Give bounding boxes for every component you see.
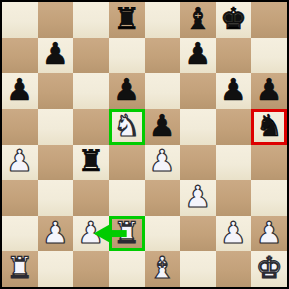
square-g3[interactable] bbox=[216, 180, 252, 216]
square-a1[interactable]: ♜ bbox=[2, 251, 38, 287]
black-bishop[interactable]: ♝ bbox=[184, 4, 211, 34]
square-d4[interactable] bbox=[109, 145, 145, 181]
white-pawn[interactable]: ♟ bbox=[78, 218, 105, 248]
square-d6[interactable]: ♟ bbox=[109, 73, 145, 109]
square-b3[interactable] bbox=[38, 180, 74, 216]
square-f4[interactable] bbox=[180, 145, 216, 181]
square-f3[interactable]: ♟ bbox=[180, 180, 216, 216]
square-a2[interactable] bbox=[2, 216, 38, 252]
square-e6[interactable] bbox=[145, 73, 181, 109]
square-h7[interactable] bbox=[251, 38, 287, 74]
square-f7[interactable]: ♟ bbox=[180, 38, 216, 74]
white-pawn[interactable]: ♟ bbox=[149, 146, 176, 176]
black-pawn[interactable]: ♟ bbox=[149, 111, 176, 141]
square-h8[interactable] bbox=[251, 2, 287, 38]
square-c8[interactable] bbox=[73, 2, 109, 38]
black-pawn[interactable]: ♟ bbox=[184, 39, 211, 69]
square-c7[interactable] bbox=[73, 38, 109, 74]
square-e1[interactable]: ♝ bbox=[145, 251, 181, 287]
square-a3[interactable] bbox=[2, 180, 38, 216]
square-e2[interactable] bbox=[145, 216, 181, 252]
square-f1[interactable] bbox=[180, 251, 216, 287]
white-rook[interactable]: ♜ bbox=[6, 253, 33, 283]
white-pawn[interactable]: ♟ bbox=[256, 218, 283, 248]
square-c6[interactable] bbox=[73, 73, 109, 109]
square-e8[interactable] bbox=[145, 2, 181, 38]
square-h2[interactable]: ♟ bbox=[251, 216, 287, 252]
square-g7[interactable] bbox=[216, 38, 252, 74]
square-g2[interactable]: ♟ bbox=[216, 216, 252, 252]
black-rook[interactable]: ♜ bbox=[78, 146, 105, 176]
square-g6[interactable]: ♟ bbox=[216, 73, 252, 109]
square-f6[interactable] bbox=[180, 73, 216, 109]
square-d2[interactable]: ♜ bbox=[109, 216, 145, 252]
square-d5[interactable]: ♞ bbox=[109, 109, 145, 145]
square-b1[interactable] bbox=[38, 251, 74, 287]
black-rook[interactable]: ♜ bbox=[113, 4, 140, 34]
white-knight[interactable]: ♞ bbox=[113, 111, 140, 141]
square-c3[interactable] bbox=[73, 180, 109, 216]
square-d8[interactable]: ♜ bbox=[109, 2, 145, 38]
square-a5[interactable] bbox=[2, 109, 38, 145]
white-rook[interactable]: ♜ bbox=[113, 218, 140, 248]
square-h1[interactable]: ♚ bbox=[251, 251, 287, 287]
square-d1[interactable] bbox=[109, 251, 145, 287]
square-f5[interactable] bbox=[180, 109, 216, 145]
square-c1[interactable] bbox=[73, 251, 109, 287]
square-b8[interactable] bbox=[38, 2, 74, 38]
square-g4[interactable] bbox=[216, 145, 252, 181]
square-g1[interactable] bbox=[216, 251, 252, 287]
white-pawn[interactable]: ♟ bbox=[220, 218, 247, 248]
square-h5[interactable]: ♞ bbox=[251, 109, 287, 145]
square-f8[interactable]: ♝ bbox=[180, 2, 216, 38]
black-pawn[interactable]: ♟ bbox=[42, 39, 69, 69]
chess-board: ♜♝♚♟♟♟♟♟♟♞♟♞♟♜♟♟♟♟♜♟♟♜♝♚ bbox=[0, 0, 289, 289]
square-e5[interactable]: ♟ bbox=[145, 109, 181, 145]
square-b5[interactable] bbox=[38, 109, 74, 145]
square-g8[interactable]: ♚ bbox=[216, 2, 252, 38]
square-g5[interactable] bbox=[216, 109, 252, 145]
square-h6[interactable]: ♟ bbox=[251, 73, 287, 109]
black-pawn[interactable]: ♟ bbox=[256, 75, 283, 105]
square-b7[interactable]: ♟ bbox=[38, 38, 74, 74]
square-c4[interactable]: ♜ bbox=[73, 145, 109, 181]
square-h3[interactable] bbox=[251, 180, 287, 216]
square-b2[interactable]: ♟ bbox=[38, 216, 74, 252]
square-f2[interactable] bbox=[180, 216, 216, 252]
square-c5[interactable] bbox=[73, 109, 109, 145]
square-e4[interactable]: ♟ bbox=[145, 145, 181, 181]
square-d3[interactable] bbox=[109, 180, 145, 216]
white-pawn[interactable]: ♟ bbox=[42, 218, 69, 248]
square-b6[interactable] bbox=[38, 73, 74, 109]
black-pawn[interactable]: ♟ bbox=[220, 75, 247, 105]
square-a7[interactable] bbox=[2, 38, 38, 74]
square-e7[interactable] bbox=[145, 38, 181, 74]
white-bishop[interactable]: ♝ bbox=[149, 253, 176, 283]
square-b4[interactable] bbox=[38, 145, 74, 181]
square-a6[interactable]: ♟ bbox=[2, 73, 38, 109]
black-king[interactable]: ♚ bbox=[220, 4, 247, 34]
black-pawn[interactable]: ♟ bbox=[6, 75, 33, 105]
white-king[interactable]: ♚ bbox=[256, 253, 283, 283]
square-c2[interactable]: ♟ bbox=[73, 216, 109, 252]
white-pawn[interactable]: ♟ bbox=[184, 182, 211, 212]
black-pawn[interactable]: ♟ bbox=[113, 75, 140, 105]
square-d7[interactable] bbox=[109, 38, 145, 74]
square-a8[interactable] bbox=[2, 2, 38, 38]
square-a4[interactable]: ♟ bbox=[2, 145, 38, 181]
square-e3[interactable] bbox=[145, 180, 181, 216]
square-h4[interactable] bbox=[251, 145, 287, 181]
white-pawn[interactable]: ♟ bbox=[6, 146, 33, 176]
black-knight[interactable]: ♞ bbox=[256, 111, 283, 141]
